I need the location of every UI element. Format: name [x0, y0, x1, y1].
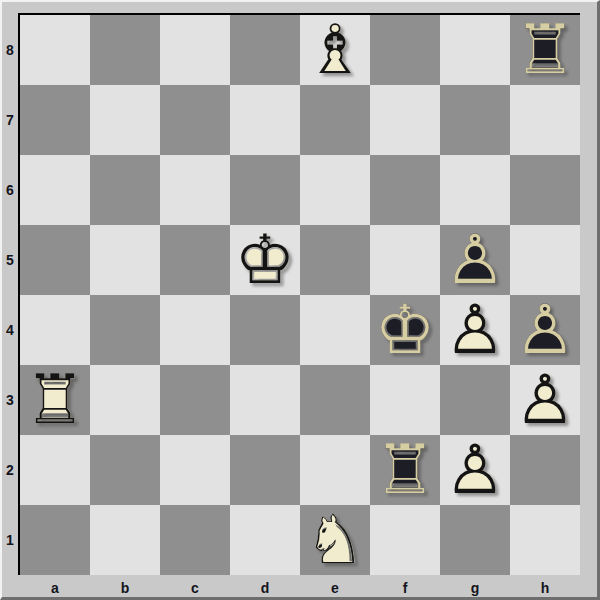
- rank-label-6: 6: [2, 155, 18, 225]
- square-f5[interactable]: [370, 225, 440, 295]
- square-c4[interactable]: [160, 295, 230, 365]
- square-e4[interactable]: [300, 295, 370, 365]
- rank-label-3: 3: [2, 365, 18, 435]
- square-e5[interactable]: [300, 225, 370, 295]
- chess-diagram-frame: 87654321 abcdefgh ♝︎♗︎♜︎♖︎♚︎♔︎♟︎♙︎♚︎♔︎♟︎…: [0, 0, 600, 600]
- white-pawn-line-glyph: ♙︎: [510, 365, 580, 435]
- square-a2[interactable]: [20, 435, 90, 505]
- piece-black-rook[interactable]: ♜︎♖︎: [510, 15, 580, 85]
- piece-white-rook[interactable]: ♜︎♖︎: [20, 365, 90, 435]
- square-h3[interactable]: ♟︎♙︎: [510, 365, 580, 435]
- square-e1[interactable]: ♞︎♘︎: [300, 505, 370, 575]
- square-f7[interactable]: [370, 85, 440, 155]
- square-d2[interactable]: [230, 435, 300, 505]
- black-pawn-line-glyph: ♙︎: [510, 295, 580, 365]
- square-d3[interactable]: [230, 365, 300, 435]
- rank-label-5: 5: [2, 225, 18, 295]
- square-e3[interactable]: [300, 365, 370, 435]
- square-d8[interactable]: [230, 15, 300, 85]
- piece-black-pawn[interactable]: ♟︎♙︎: [510, 295, 580, 365]
- square-f8[interactable]: [370, 15, 440, 85]
- file-labels: abcdefgh: [20, 575, 580, 597]
- square-d1[interactable]: [230, 505, 300, 575]
- square-g7[interactable]: [440, 85, 510, 155]
- square-h8[interactable]: ♜︎♖︎: [510, 15, 580, 85]
- square-a1[interactable]: [20, 505, 90, 575]
- white-bishop-line-glyph: ♗︎: [300, 15, 370, 85]
- rank-label-2: 2: [2, 435, 18, 505]
- piece-black-pawn[interactable]: ♟︎♙︎: [440, 225, 510, 295]
- square-e8[interactable]: ♝︎♗︎: [300, 15, 370, 85]
- square-c7[interactable]: [160, 85, 230, 155]
- square-g1[interactable]: [440, 505, 510, 575]
- square-b3[interactable]: [90, 365, 160, 435]
- square-g8[interactable]: [440, 15, 510, 85]
- square-b8[interactable]: [90, 15, 160, 85]
- square-a4[interactable]: [20, 295, 90, 365]
- file-label-c: c: [160, 575, 230, 597]
- rank-label-7: 7: [2, 85, 18, 155]
- piece-white-bishop[interactable]: ♝︎♗︎: [300, 15, 370, 85]
- white-knight-line-glyph: ♘︎: [300, 505, 370, 575]
- square-a8[interactable]: [20, 15, 90, 85]
- square-c2[interactable]: [160, 435, 230, 505]
- square-c6[interactable]: [160, 155, 230, 225]
- rank-label-8: 8: [2, 15, 18, 85]
- square-e6[interactable]: [300, 155, 370, 225]
- white-pawn-line-glyph: ♙︎: [440, 295, 510, 365]
- file-label-g: g: [440, 575, 510, 597]
- piece-white-pawn[interactable]: ♟︎♙︎: [440, 295, 510, 365]
- black-king-line-glyph: ♔︎: [370, 295, 440, 365]
- square-f2[interactable]: ♜︎♖︎: [370, 435, 440, 505]
- square-g2[interactable]: ♟︎♙︎: [440, 435, 510, 505]
- square-h1[interactable]: [510, 505, 580, 575]
- square-a7[interactable]: [20, 85, 90, 155]
- square-c3[interactable]: [160, 365, 230, 435]
- piece-white-king[interactable]: ♚︎♔︎: [230, 225, 300, 295]
- square-b1[interactable]: [90, 505, 160, 575]
- square-h7[interactable]: [510, 85, 580, 155]
- square-b6[interactable]: [90, 155, 160, 225]
- file-label-f: f: [370, 575, 440, 597]
- rank-label-1: 1: [2, 505, 18, 575]
- square-g5[interactable]: ♟︎♙︎: [440, 225, 510, 295]
- white-rook-line-glyph: ♖︎: [20, 365, 90, 435]
- square-c1[interactable]: [160, 505, 230, 575]
- square-h2[interactable]: [510, 435, 580, 505]
- white-pawn-line-glyph: ♙︎: [440, 435, 510, 505]
- file-label-h: h: [510, 575, 580, 597]
- black-rook-line-glyph: ♖︎: [370, 435, 440, 505]
- square-h6[interactable]: [510, 155, 580, 225]
- square-a3[interactable]: ♜︎♖︎: [20, 365, 90, 435]
- square-b5[interactable]: [90, 225, 160, 295]
- square-b4[interactable]: [90, 295, 160, 365]
- board-grid: ♝︎♗︎♜︎♖︎♚︎♔︎♟︎♙︎♚︎♔︎♟︎♙︎♟︎♙︎♜︎♖︎♟︎♙︎♜︎♖︎…: [18, 13, 580, 575]
- white-king-line-glyph: ♔︎: [230, 225, 300, 295]
- square-b7[interactable]: [90, 85, 160, 155]
- square-d5[interactable]: ♚︎♔︎: [230, 225, 300, 295]
- piece-white-knight[interactable]: ♞︎♘︎: [300, 505, 370, 575]
- square-c5[interactable]: [160, 225, 230, 295]
- square-a6[interactable]: [20, 155, 90, 225]
- square-d4[interactable]: [230, 295, 300, 365]
- square-h5[interactable]: [510, 225, 580, 295]
- square-f1[interactable]: [370, 505, 440, 575]
- square-f3[interactable]: [370, 365, 440, 435]
- square-g6[interactable]: [440, 155, 510, 225]
- file-label-b: b: [90, 575, 160, 597]
- square-g4[interactable]: ♟︎♙︎: [440, 295, 510, 365]
- black-pawn-line-glyph: ♙︎: [440, 225, 510, 295]
- square-g3[interactable]: [440, 365, 510, 435]
- file-label-d: d: [230, 575, 300, 597]
- file-label-a: a: [20, 575, 90, 597]
- square-f6[interactable]: [370, 155, 440, 225]
- square-b2[interactable]: [90, 435, 160, 505]
- square-a5[interactable]: [20, 225, 90, 295]
- rank-label-4: 4: [2, 295, 18, 365]
- piece-black-king[interactable]: ♚︎♔︎: [370, 295, 440, 365]
- square-h4[interactable]: ♟︎♙︎: [510, 295, 580, 365]
- rank-labels: 87654321: [2, 15, 18, 575]
- square-e7[interactable]: [300, 85, 370, 155]
- black-rook-line-glyph: ♖︎: [510, 15, 580, 85]
- square-d6[interactable]: [230, 155, 300, 225]
- square-f4[interactable]: ♚︎♔︎: [370, 295, 440, 365]
- square-d7[interactable]: [230, 85, 300, 155]
- square-e2[interactable]: [300, 435, 370, 505]
- piece-white-pawn[interactable]: ♟︎♙︎: [510, 365, 580, 435]
- piece-black-rook[interactable]: ♜︎♖︎: [370, 435, 440, 505]
- square-c8[interactable]: [160, 15, 230, 85]
- piece-white-pawn[interactable]: ♟︎♙︎: [440, 435, 510, 505]
